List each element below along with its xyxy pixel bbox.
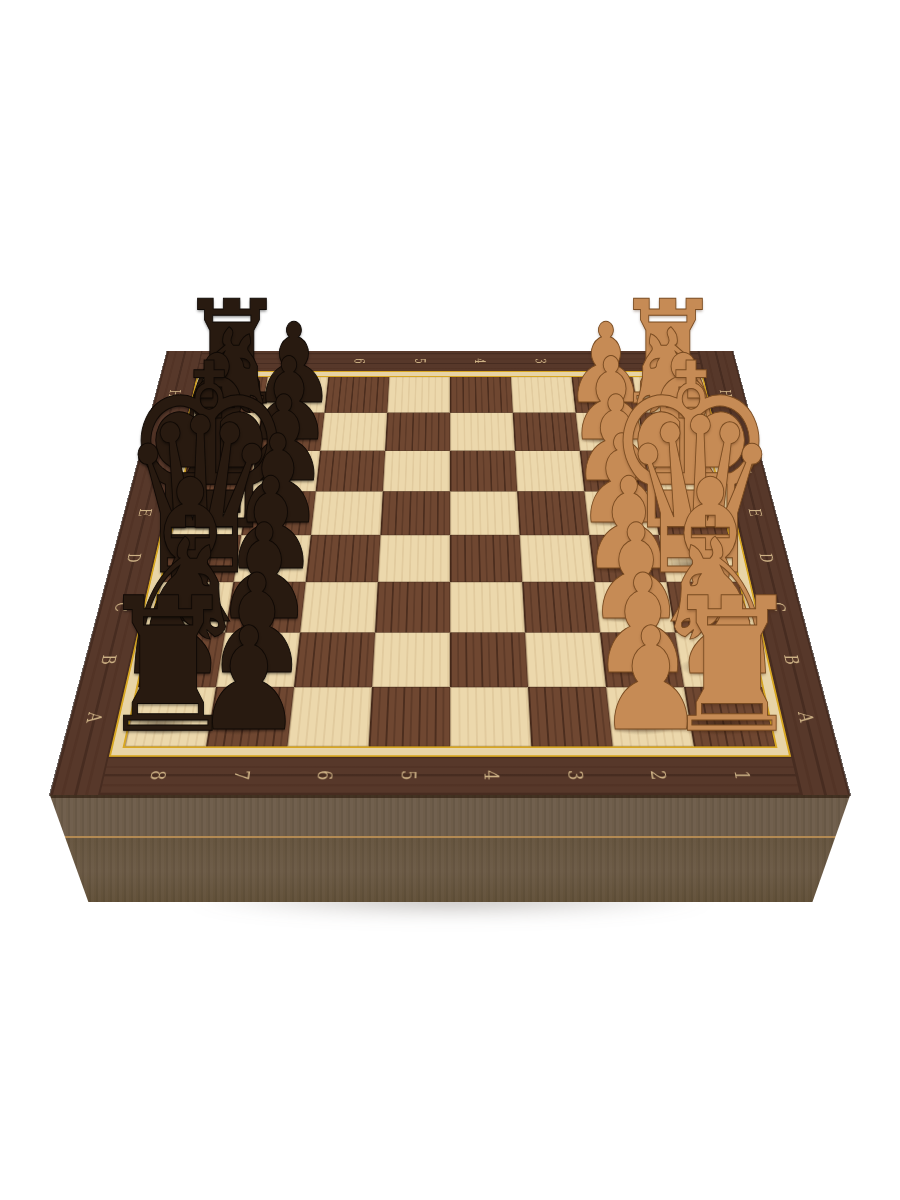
piece-white-rook[interactable]: ♜ [596,574,868,760]
box-front-face [40,795,860,902]
rank-label: 3 [563,770,588,781]
box-lid-seam [56,836,843,838]
piece-black-pawn[interactable]: ♟ [113,609,385,752]
rank-label: 4 [480,770,504,781]
rank-label: 5 [396,770,420,781]
rank-label: 6 [313,770,338,781]
chess-box-photo: 87654321 87654321 HGFEDCBA HGFEDCBA ♜♟♟♜… [0,0,900,1200]
